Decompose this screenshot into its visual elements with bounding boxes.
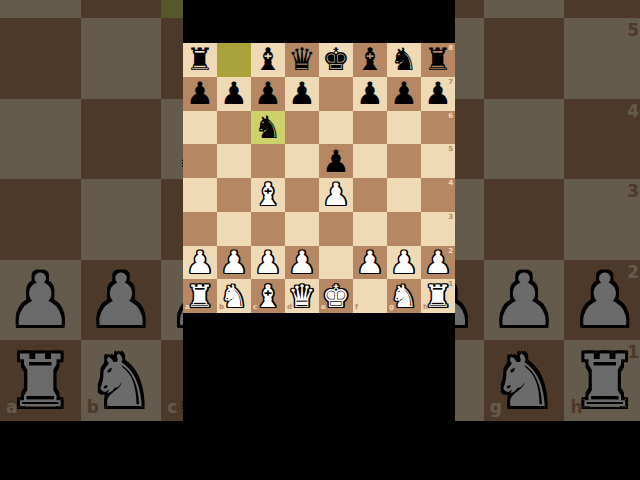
square-b4[interactable] (217, 178, 251, 212)
coord-file-h: h (423, 304, 428, 311)
white-pawn-icon[interactable]: ♟ (186, 247, 214, 278)
black-pawn-icon[interactable]: ♟ (390, 78, 418, 109)
square-a8[interactable]: ♜ (183, 43, 217, 77)
black-pawn-icon[interactable]: ♟ (322, 146, 350, 177)
white-knight-icon[interactable]: ♞ (390, 281, 418, 312)
square-a2[interactable]: ♟ (183, 246, 217, 280)
square-h4[interactable]: 4 (421, 178, 455, 212)
white-pawn-icon[interactable]: ♟ (322, 179, 350, 210)
square-b3[interactable] (217, 212, 251, 246)
white-bishop-icon[interactable]: ♝ (254, 281, 282, 312)
square-f5[interactable] (353, 144, 387, 178)
square-e3[interactable] (319, 212, 353, 246)
square-g5[interactable] (387, 144, 421, 178)
coord-file-g: g (389, 304, 394, 311)
square-b8[interactable] (217, 43, 251, 77)
square-e4[interactable]: ♟ (319, 178, 353, 212)
square-g3[interactable] (387, 212, 421, 246)
white-queen-icon[interactable]: ♛ (288, 281, 316, 312)
coord-file-e: e (321, 304, 326, 311)
square-f4[interactable] (353, 178, 387, 212)
coord-rank-8: 8 (448, 45, 453, 52)
square-b6[interactable] (217, 111, 251, 145)
square-c4[interactable]: ♝ (251, 178, 285, 212)
square-e5[interactable]: ♟ (319, 144, 353, 178)
square-f6[interactable] (353, 111, 387, 145)
square-b2[interactable]: ♟ (217, 246, 251, 280)
coord-file-c: c (253, 304, 257, 311)
coord-file-f: f (355, 304, 358, 311)
square-d4[interactable] (285, 178, 319, 212)
square-b1[interactable]: ♞b (217, 279, 251, 313)
black-queen-icon[interactable]: ♛ (288, 44, 316, 75)
square-d6[interactable] (285, 111, 319, 145)
coord-file-d: d (287, 304, 292, 311)
square-c3[interactable] (251, 212, 285, 246)
square-h2[interactable]: ♟2 (421, 246, 455, 280)
video-column: ♜♝♛♚♝♞♜8♟♟♟♟♟♟♟7♞6♟5♝♟43♟♟♟♟♟♟♟2♜a♞b♝c♛d… (183, 0, 455, 480)
coord-rank-5: 5 (448, 146, 453, 153)
chess-board[interactable]: ♜♝♛♚♝♞♜8♟♟♟♟♟♟♟7♞6♟5♝♟43♟♟♟♟♟♟♟2♜a♞b♝c♛d… (183, 43, 455, 313)
square-a3[interactable] (183, 212, 217, 246)
black-pawn-icon[interactable]: ♟ (288, 78, 316, 109)
black-bishop-icon[interactable]: ♝ (356, 44, 384, 75)
black-bishop-icon[interactable]: ♝ (254, 44, 282, 75)
square-h5[interactable]: 5 (421, 144, 455, 178)
square-h1[interactable]: ♜h1 (421, 279, 455, 313)
square-d7[interactable]: ♟ (285, 77, 319, 111)
square-g6[interactable] (387, 111, 421, 145)
square-e1[interactable]: ♚e (319, 279, 353, 313)
square-a1[interactable]: ♜a (183, 279, 217, 313)
square-a5[interactable] (183, 144, 217, 178)
square-a4[interactable] (183, 178, 217, 212)
white-pawn-icon[interactable]: ♟ (288, 247, 316, 278)
square-h7[interactable]: ♟7 (421, 77, 455, 111)
white-pawn-icon[interactable]: ♟ (390, 247, 418, 278)
black-pawn-icon[interactable]: ♟ (356, 78, 384, 109)
square-e6[interactable] (319, 111, 353, 145)
coord-rank-6: 6 (448, 113, 453, 120)
square-e2[interactable] (319, 246, 353, 280)
square-c5[interactable] (251, 144, 285, 178)
square-c2[interactable]: ♟ (251, 246, 285, 280)
black-pawn-icon[interactable]: ♟ (220, 78, 248, 109)
coord-rank-4: 4 (448, 180, 453, 187)
square-f3[interactable] (353, 212, 387, 246)
square-a6[interactable] (183, 111, 217, 145)
coord-file-a: a (185, 304, 190, 311)
coord-rank-1: 1 (448, 281, 453, 288)
black-pawn-icon[interactable]: ♟ (186, 78, 214, 109)
square-h3[interactable]: 3 (421, 212, 455, 246)
coord-rank-2: 2 (448, 248, 453, 255)
square-b5[interactable] (217, 144, 251, 178)
white-pawn-icon[interactable]: ♟ (220, 247, 248, 278)
letterbox-bottom (183, 313, 455, 480)
square-e7[interactable] (319, 77, 353, 111)
square-f8[interactable]: ♝ (353, 43, 387, 77)
square-g1[interactable]: ♞g (387, 279, 421, 313)
square-b7[interactable]: ♟ (217, 77, 251, 111)
white-knight-icon[interactable]: ♞ (220, 281, 248, 312)
square-h8[interactable]: ♜8 (421, 43, 455, 77)
white-pawn-icon[interactable]: ♟ (254, 247, 282, 278)
black-king-icon[interactable]: ♚ (322, 44, 350, 75)
square-d1[interactable]: ♛d (285, 279, 319, 313)
black-knight-icon[interactable]: ♞ (254, 112, 282, 143)
square-f2[interactable]: ♟ (353, 246, 387, 280)
square-g4[interactable] (387, 178, 421, 212)
square-d2[interactable]: ♟ (285, 246, 319, 280)
white-bishop-icon[interactable]: ♝ (254, 179, 282, 210)
white-pawn-icon[interactable]: ♟ (356, 247, 384, 278)
white-rook-icon[interactable]: ♜ (186, 281, 214, 312)
black-rook-icon[interactable]: ♜ (186, 44, 214, 75)
square-f7[interactable]: ♟ (353, 77, 387, 111)
square-c8[interactable]: ♝ (251, 43, 285, 77)
square-e8[interactable]: ♚ (319, 43, 353, 77)
square-c1[interactable]: ♝c (251, 279, 285, 313)
coord-rank-7: 7 (448, 79, 453, 86)
black-pawn-icon[interactable]: ♟ (254, 78, 282, 109)
square-d3[interactable] (285, 212, 319, 246)
black-knight-icon[interactable]: ♞ (390, 44, 418, 75)
square-a7[interactable]: ♟ (183, 77, 217, 111)
white-king-icon[interactable]: ♚ (322, 281, 350, 312)
square-d5[interactable] (285, 144, 319, 178)
square-g8[interactable]: ♞ (387, 43, 421, 77)
square-c7[interactable]: ♟ (251, 77, 285, 111)
square-h6[interactable]: 6 (421, 111, 455, 145)
square-g2[interactable]: ♟ (387, 246, 421, 280)
square-f1[interactable]: f (353, 279, 387, 313)
square-c6[interactable]: ♞ (251, 111, 285, 145)
letterbox-top (183, 0, 455, 43)
square-d8[interactable]: ♛ (285, 43, 319, 77)
video-frame: ♜♝♛♚♝♞♜8♟♟♟♟♟♟♟7♞6♟5♝♟43♟♟♟♟♟♟♟2♜a♞b♝c♛d… (0, 0, 640, 480)
square-g7[interactable]: ♟ (387, 77, 421, 111)
coord-rank-3: 3 (448, 214, 453, 221)
coord-file-b: b (219, 304, 224, 311)
